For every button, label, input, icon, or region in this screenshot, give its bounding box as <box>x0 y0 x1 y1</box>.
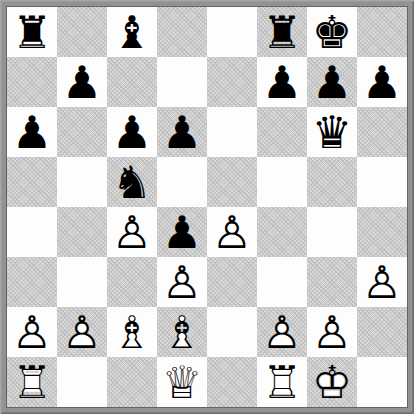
white-pawn-icon: ♙ <box>162 260 202 305</box>
square-g8[interactable]: ♚ <box>307 7 357 57</box>
square-f6[interactable] <box>257 107 307 157</box>
square-e1[interactable] <box>207 357 257 407</box>
white-bishop-icon: ♗ <box>112 310 152 355</box>
white-pawn-icon: ♙ <box>12 310 52 355</box>
white-king-icon: ♔ <box>312 360 352 405</box>
square-b2[interactable]: ♟♙ <box>57 307 107 357</box>
square-g5[interactable] <box>307 157 357 207</box>
piece-white-pawn[interactable]: ♟♙ <box>157 257 207 307</box>
square-a3[interactable] <box>7 257 57 307</box>
square-h2[interactable] <box>357 307 407 357</box>
chess-board: ♜♝♜♚♟♟♟♟♟♟♟♛♞♟♙♟♟♙♟♙♟♙♟♙♟♙♝♗♝♗♟♙♟♙♜♖♛♕♜♖… <box>7 7 407 407</box>
piece-white-pawn[interactable]: ♟♙ <box>207 207 257 257</box>
white-pawn-icon: ♙ <box>112 210 152 255</box>
piece-black-queen[interactable]: ♛ <box>307 107 357 157</box>
square-d5[interactable] <box>157 157 207 207</box>
piece-black-pawn[interactable]: ♟ <box>57 57 107 107</box>
piece-black-rook[interactable]: ♜ <box>7 7 57 57</box>
square-c7[interactable] <box>107 57 157 107</box>
piece-black-pawn[interactable]: ♟ <box>157 107 207 157</box>
white-queen-icon: ♕ <box>162 360 202 405</box>
black-pawn-icon: ♟ <box>162 210 202 255</box>
square-g7[interactable]: ♟ <box>307 57 357 107</box>
piece-black-pawn[interactable]: ♟ <box>357 57 407 107</box>
piece-black-pawn[interactable]: ♟ <box>157 207 207 257</box>
white-pawn-icon: ♙ <box>62 310 102 355</box>
square-f8[interactable]: ♜ <box>257 7 307 57</box>
square-b6[interactable] <box>57 107 107 157</box>
piece-white-queen[interactable]: ♛♕ <box>157 357 207 407</box>
black-knight-icon: ♞ <box>112 160 152 205</box>
square-e8[interactable] <box>207 7 257 57</box>
square-g1[interactable]: ♚♔ <box>307 357 357 407</box>
square-c4[interactable]: ♟♙ <box>107 207 157 257</box>
piece-black-bishop[interactable]: ♝ <box>107 7 157 57</box>
square-c6[interactable]: ♟ <box>107 107 157 157</box>
piece-white-king[interactable]: ♚♔ <box>307 357 357 407</box>
piece-black-knight[interactable]: ♞ <box>107 157 157 207</box>
square-g2[interactable]: ♟♙ <box>307 307 357 357</box>
square-d7[interactable] <box>157 57 207 107</box>
piece-white-rook[interactable]: ♜♖ <box>7 357 57 407</box>
piece-white-pawn[interactable]: ♟♙ <box>357 257 407 307</box>
square-c8[interactable]: ♝ <box>107 7 157 57</box>
chess-board-frame: ♜♝♜♚♟♟♟♟♟♟♟♛♞♟♙♟♟♙♟♙♟♙♟♙♟♙♝♗♝♗♟♙♟♙♜♖♛♕♜♖… <box>0 0 414 414</box>
black-pawn-icon: ♟ <box>362 60 402 105</box>
piece-black-pawn[interactable]: ♟ <box>7 107 57 157</box>
white-rook-icon: ♖ <box>12 360 52 405</box>
square-h3[interactable]: ♟♙ <box>357 257 407 307</box>
square-a2[interactable]: ♟♙ <box>7 307 57 357</box>
square-f7[interactable]: ♟ <box>257 57 307 107</box>
black-bishop-icon: ♝ <box>112 10 152 55</box>
piece-black-king[interactable]: ♚ <box>307 7 357 57</box>
black-rook-icon: ♜ <box>262 10 302 55</box>
square-f5[interactable] <box>257 157 307 207</box>
square-d4[interactable]: ♟ <box>157 207 207 257</box>
square-e5[interactable] <box>207 157 257 207</box>
square-d1[interactable]: ♛♕ <box>157 357 207 407</box>
black-pawn-icon: ♟ <box>162 110 202 155</box>
square-c1[interactable] <box>107 357 157 407</box>
black-pawn-icon: ♟ <box>112 110 152 155</box>
square-a1[interactable]: ♜♖ <box>7 357 57 407</box>
piece-white-pawn[interactable]: ♟♙ <box>257 307 307 357</box>
square-b5[interactable] <box>57 157 107 207</box>
square-e3[interactable] <box>207 257 257 307</box>
square-c5[interactable]: ♞ <box>107 157 157 207</box>
piece-white-pawn[interactable]: ♟♙ <box>7 307 57 357</box>
square-d8[interactable] <box>157 7 207 57</box>
square-c2[interactable]: ♝♗ <box>107 307 157 357</box>
square-h6[interactable] <box>357 107 407 157</box>
square-b8[interactable] <box>57 7 107 57</box>
square-g6[interactable]: ♛ <box>307 107 357 157</box>
square-d6[interactable]: ♟ <box>157 107 207 157</box>
piece-black-pawn[interactable]: ♟ <box>257 57 307 107</box>
square-e4[interactable]: ♟♙ <box>207 207 257 257</box>
square-f3[interactable] <box>257 257 307 307</box>
square-h8[interactable] <box>357 7 407 57</box>
square-f4[interactable] <box>257 207 307 257</box>
square-c3[interactable] <box>107 257 157 307</box>
square-f2[interactable]: ♟♙ <box>257 307 307 357</box>
square-h7[interactable]: ♟ <box>357 57 407 107</box>
black-pawn-icon: ♟ <box>262 60 302 105</box>
square-a5[interactable] <box>7 157 57 207</box>
black-rook-icon: ♜ <box>12 10 52 55</box>
black-pawn-icon: ♟ <box>312 60 352 105</box>
square-f1[interactable]: ♜♖ <box>257 357 307 407</box>
black-king-icon: ♚ <box>312 10 352 55</box>
square-b4[interactable] <box>57 207 107 257</box>
piece-white-bishop[interactable]: ♝♗ <box>107 307 157 357</box>
square-e2[interactable] <box>207 307 257 357</box>
square-g3[interactable] <box>307 257 357 307</box>
black-pawn-icon: ♟ <box>62 60 102 105</box>
piece-white-bishop[interactable]: ♝♗ <box>157 307 207 357</box>
square-b7[interactable]: ♟ <box>57 57 107 107</box>
square-a8[interactable]: ♜ <box>7 7 57 57</box>
white-bishop-icon: ♗ <box>162 310 202 355</box>
square-h5[interactable] <box>357 157 407 207</box>
black-queen-icon: ♛ <box>312 110 352 155</box>
square-b1[interactable] <box>57 357 107 407</box>
square-e6[interactable] <box>207 107 257 157</box>
square-h4[interactable] <box>357 207 407 257</box>
white-pawn-icon: ♙ <box>312 310 352 355</box>
square-d3[interactable]: ♟♙ <box>157 257 207 307</box>
piece-white-pawn[interactable]: ♟♙ <box>307 307 357 357</box>
piece-black-rook[interactable]: ♜ <box>257 7 307 57</box>
piece-white-rook[interactable]: ♜♖ <box>257 357 307 407</box>
piece-black-pawn[interactable]: ♟ <box>107 107 157 157</box>
white-pawn-icon: ♙ <box>362 260 402 305</box>
square-g4[interactable] <box>307 207 357 257</box>
square-d2[interactable]: ♝♗ <box>157 307 207 357</box>
white-pawn-icon: ♙ <box>212 210 252 255</box>
white-rook-icon: ♖ <box>262 360 302 405</box>
piece-white-pawn[interactable]: ♟♙ <box>57 307 107 357</box>
square-a6[interactable]: ♟ <box>7 107 57 157</box>
square-a7[interactable] <box>7 57 57 107</box>
square-b3[interactable] <box>57 257 107 307</box>
black-pawn-icon: ♟ <box>12 110 52 155</box>
piece-white-pawn[interactable]: ♟♙ <box>107 207 157 257</box>
white-pawn-icon: ♙ <box>262 310 302 355</box>
square-a4[interactable] <box>7 207 57 257</box>
square-e7[interactable] <box>207 57 257 107</box>
piece-black-pawn[interactable]: ♟ <box>307 57 357 107</box>
square-h1[interactable] <box>357 357 407 407</box>
